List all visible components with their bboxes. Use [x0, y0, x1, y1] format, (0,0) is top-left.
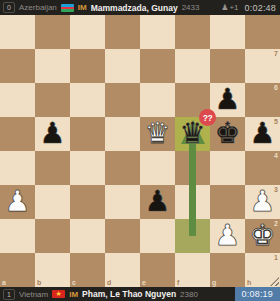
square-a2[interactable]	[0, 219, 35, 253]
square-c5[interactable]	[70, 117, 105, 151]
square-a4[interactable]	[0, 151, 35, 185]
square-e8[interactable]	[140, 15, 175, 49]
star-icon: ★	[56, 290, 62, 298]
azerbaijan-flag-icon	[61, 4, 74, 12]
square-a8[interactable]	[0, 15, 35, 49]
square-b8[interactable]	[35, 15, 70, 49]
match-score-top: 0	[3, 2, 15, 13]
player-name-bottom[interactable]: Pham, Le Thao Nguyen	[82, 289, 176, 299]
file-label-e: e	[142, 279, 146, 286]
fide-title-top: IM	[78, 3, 87, 12]
square-c8[interactable]	[70, 15, 105, 49]
square-e4[interactable]	[140, 151, 175, 185]
square-a5[interactable]	[0, 117, 35, 151]
square-c2[interactable]	[70, 219, 105, 253]
player-rating-bottom: 2380	[180, 290, 198, 299]
square-g2[interactable]: ♟	[210, 219, 245, 253]
square-b5[interactable]: ♟	[35, 117, 70, 151]
square-b3[interactable]	[35, 185, 70, 219]
clock-top: 0:02:48	[243, 3, 280, 13]
rank-label-1: 1	[274, 254, 278, 261]
rank-label-7: 7	[274, 50, 278, 57]
square-g8[interactable]	[210, 15, 245, 49]
file-label-h: h	[247, 279, 251, 286]
clock-bottom: 0:08:19	[235, 287, 280, 301]
square-e3[interactable]: ♟	[140, 185, 175, 219]
square-g6[interactable]: ♟	[210, 83, 245, 117]
square-d4[interactable]	[105, 151, 140, 185]
rank-label-5: 5	[274, 118, 278, 125]
square-f8[interactable]	[175, 15, 210, 49]
square-b6[interactable]	[35, 83, 70, 117]
country-label-top: Azerbaijan	[19, 3, 57, 12]
black-pawn-e3[interactable]: ♟	[140, 185, 175, 219]
square-e7[interactable]	[140, 49, 175, 83]
square-f7[interactable]	[175, 49, 210, 83]
chess-board[interactable]: ♟♟♛♛♚♟♟♟♟♟♚7654321abcdefgh??	[0, 15, 280, 287]
file-label-g: g	[212, 279, 216, 286]
black-pawn-g6[interactable]: ♟	[210, 83, 245, 117]
square-b2[interactable]	[35, 219, 70, 253]
square-e2[interactable]	[140, 219, 175, 253]
square-e6[interactable]	[140, 83, 175, 117]
square-d7[interactable]	[105, 49, 140, 83]
broadcast-game-viewer: 0 Azerbaijan IM Mammadzada, Gunay 2433 ♟…	[0, 0, 280, 301]
white-pawn-g2[interactable]: ♟	[210, 219, 245, 253]
square-g3[interactable]	[210, 185, 245, 219]
square-c7[interactable]	[70, 49, 105, 83]
square-d3[interactable]	[105, 185, 140, 219]
file-label-f: f	[177, 279, 179, 286]
blunder-badge: ??	[199, 109, 216, 126]
square-a7[interactable]	[0, 49, 35, 83]
file-label-c: c	[72, 279, 76, 286]
player-rating-top: 2433	[182, 3, 200, 12]
last-move-arrow	[189, 138, 196, 236]
rank-label-2: 2	[274, 220, 278, 227]
match-score-bottom: 1	[3, 289, 15, 300]
vietnam-flag-icon: ★	[52, 290, 65, 298]
square-d5[interactable]	[105, 117, 140, 151]
player-name-top[interactable]: Mammadzada, Gunay	[91, 3, 178, 13]
black-pawn-b5[interactable]: ♟	[35, 117, 70, 151]
square-f1[interactable]	[175, 253, 210, 287]
square-b7[interactable]	[35, 49, 70, 83]
square-c6[interactable]	[70, 83, 105, 117]
rank-label-4: 4	[274, 152, 278, 159]
square-d8[interactable]	[105, 15, 140, 49]
player-bar-top: 0 Azerbaijan IM Mammadzada, Gunay 2433 ♟…	[0, 0, 280, 15]
square-b4[interactable]	[35, 151, 70, 185]
black-king-g5[interactable]: ♚	[210, 117, 245, 151]
pawn-icon: ♟	[221, 3, 228, 13]
square-g4[interactable]	[210, 151, 245, 185]
square-e5[interactable]: ♛	[140, 117, 175, 151]
square-c4[interactable]	[70, 151, 105, 185]
square-g5[interactable]: ♚	[210, 117, 245, 151]
material-value-top: +1	[229, 3, 238, 12]
square-c3[interactable]	[70, 185, 105, 219]
square-d2[interactable]	[105, 219, 140, 253]
square-g7[interactable]	[210, 49, 245, 83]
rank-label-3: 3	[274, 186, 278, 193]
white-queen-e5[interactable]: ♛	[140, 117, 175, 151]
square-d6[interactable]	[105, 83, 140, 117]
file-label-a: a	[2, 279, 6, 286]
square-h8[interactable]	[245, 15, 280, 49]
fide-title-bottom: IM	[69, 290, 78, 299]
country-label-bottom: Vietnam	[19, 290, 48, 299]
white-pawn-a3[interactable]: ♟	[0, 185, 35, 219]
square-a6[interactable]	[0, 83, 35, 117]
material-advantage-top: ♟+1	[221, 3, 238, 13]
rank-label-6: 6	[274, 84, 278, 91]
file-label-d: d	[107, 279, 111, 286]
player-bar-bottom: 1 Vietnam ★ IM Pham, Le Thao Nguyen 2380…	[0, 287, 280, 301]
square-a3[interactable]: ♟	[0, 185, 35, 219]
file-label-b: b	[37, 279, 41, 286]
